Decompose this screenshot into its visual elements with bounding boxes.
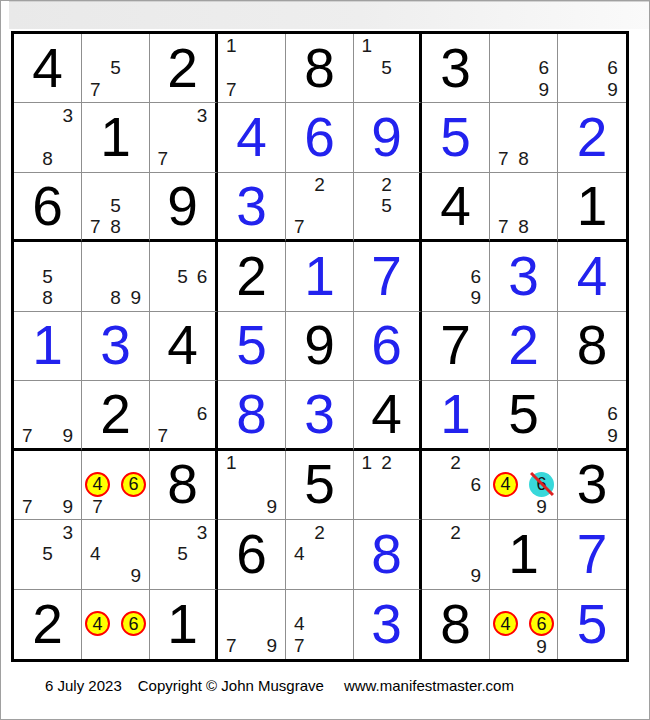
- cell-r7c8[interactable]: 469: [490, 451, 558, 520]
- cell-r2c2[interactable]: 1: [82, 103, 150, 172]
- candidate-grid: 79: [221, 591, 282, 657]
- candidate-9: 9: [602, 79, 623, 101]
- cell-r3c2[interactable]: 578: [82, 173, 150, 242]
- cell-r4c3[interactable]: 56: [150, 242, 218, 311]
- candidate-9: 9: [126, 565, 146, 587]
- candidate-6: 6: [602, 403, 623, 424]
- cell-r3c3[interactable]: 9: [150, 173, 218, 242]
- candidate-3: 3: [58, 104, 78, 126]
- candidate-4: 4: [289, 613, 309, 635]
- cell-r6c8[interactable]: 5: [490, 381, 558, 450]
- cell-r8c1[interactable]: 35: [14, 520, 82, 589]
- highlight-circle: 6: [121, 611, 146, 636]
- candidate-8: 8: [513, 148, 533, 170]
- highlight-circle: 4: [85, 611, 110, 636]
- solved-digit: 6: [286, 103, 353, 171]
- candidate-grid: 79: [17, 382, 78, 445]
- highlighted-candidate-4: 4: [85, 611, 110, 636]
- cell-r9c9[interactable]: 5: [558, 590, 626, 659]
- candidate-grid: 78: [493, 104, 554, 169]
- candidate-3: 3: [192, 521, 212, 543]
- candidate-3: 3: [58, 521, 78, 543]
- candidate-6: 6: [534, 57, 554, 79]
- cell-r9c7[interactable]: 8: [422, 590, 490, 659]
- cell-r6c7[interactable]: 1: [422, 381, 490, 450]
- candidate-8: 8: [105, 216, 125, 237]
- given-digit: 5: [286, 451, 353, 519]
- candidate-8: 8: [37, 148, 57, 170]
- cell-r1c1[interactable]: 4: [14, 34, 82, 103]
- candidate-9: 9: [529, 636, 554, 657]
- given-digit: 7: [422, 312, 489, 380]
- candidate-5: 5: [377, 57, 397, 79]
- cell-r3c8[interactable]: 78: [490, 173, 558, 242]
- candidate-grid: 469: [493, 591, 554, 657]
- cell-r5c5[interactable]: 9: [286, 312, 354, 381]
- candidate-1: 1: [221, 35, 241, 57]
- cell-r7c4[interactable]: 19: [218, 451, 286, 520]
- given-digit: 8: [150, 451, 215, 519]
- candidate-7: 7: [85, 497, 110, 517]
- solved-digit: 1: [14, 312, 81, 380]
- given-digit: 4: [14, 34, 81, 102]
- given-digit: 4: [354, 381, 419, 447]
- cell-r8c3[interactable]: 35: [150, 520, 218, 589]
- cell-r8c7[interactable]: 29: [422, 520, 490, 589]
- candidate-grid: 46: [85, 591, 146, 657]
- solved-digit: 5: [558, 590, 626, 659]
- candidate-5: 5: [37, 543, 57, 565]
- cell-r7c1[interactable]: 79: [14, 451, 82, 520]
- candidate-7: 7: [153, 148, 173, 170]
- given-digit: 8: [286, 34, 353, 102]
- candidate-grid: 58: [17, 243, 78, 308]
- given-digit: 6: [218, 520, 285, 588]
- candidate-grid: 57: [85, 35, 146, 100]
- cell-r5c1[interactable]: 1: [14, 312, 82, 381]
- cell-r1c3[interactable]: 2: [150, 34, 218, 103]
- footer: 6 July 2023Copyright © John Musgravewww.…: [45, 677, 514, 694]
- candidate-7: 7: [85, 216, 105, 237]
- candidate-5: 5: [377, 195, 397, 216]
- cell-r8c4[interactable]: 6: [218, 520, 286, 589]
- cell-r9c4[interactable]: 79: [218, 590, 286, 659]
- solved-digit: 8: [354, 520, 419, 588]
- cell-r2c9[interactable]: 2: [558, 103, 626, 172]
- solved-digit: 7: [354, 242, 419, 310]
- candidate-5: 5: [105, 195, 125, 216]
- candidate-2: 2: [445, 452, 465, 474]
- candidate-7: 7: [221, 635, 241, 657]
- candidate-9: 9: [529, 497, 554, 517]
- candidate-9: 9: [466, 287, 486, 309]
- candidate-4: 4: [289, 543, 309, 565]
- candidate-8: 8: [105, 287, 125, 309]
- candidate-grid: 467: [85, 452, 146, 517]
- highlighted-candidate-4: 4: [493, 472, 518, 497]
- cell-r3c6[interactable]: 25: [354, 173, 422, 242]
- candidate-grid: 69: [493, 35, 554, 100]
- given-digit: 3: [558, 451, 626, 519]
- candidate-grid: 35: [153, 521, 212, 586]
- given-digit: 4: [422, 173, 489, 239]
- candidate-grid: 69: [561, 382, 623, 445]
- cell-r8c8[interactable]: 1: [490, 520, 558, 589]
- given-digit: 1: [558, 173, 626, 239]
- candidate-grid: 35: [17, 521, 78, 586]
- candidate-8: 8: [513, 216, 533, 237]
- given-digit: 5: [490, 381, 557, 447]
- candidate-9: 9: [466, 565, 486, 587]
- cell-r9c5[interactable]: 47: [286, 590, 354, 659]
- cell-r4c2[interactable]: 89: [82, 242, 150, 311]
- highlighted-candidate-6: 6: [121, 472, 146, 497]
- candidate-2: 2: [377, 174, 397, 195]
- candidate-7: 7: [221, 79, 241, 101]
- given-digit: 2: [150, 34, 215, 102]
- candidate-7: 7: [17, 425, 37, 446]
- given-digit: 9: [150, 173, 215, 239]
- cell-r5c6[interactable]: 6: [354, 312, 422, 381]
- cell-r4c7[interactable]: 69: [422, 242, 490, 311]
- cell-r6c9[interactable]: 69: [558, 381, 626, 450]
- cell-r8c9[interactable]: 7: [558, 520, 626, 589]
- candidate-grid: 19: [221, 452, 282, 517]
- candidate-grid: 17: [221, 35, 282, 100]
- cell-r6c4[interactable]: 8: [218, 381, 286, 450]
- cell-r6c3[interactable]: 67: [150, 381, 218, 450]
- solved-digit: 6: [354, 312, 419, 380]
- candidate-9: 9: [262, 495, 282, 517]
- eliminated-candidate-6: 6: [529, 472, 554, 497]
- candidate-grid: 15: [357, 35, 416, 100]
- given-digit: 3: [422, 34, 489, 102]
- candidate-9: 9: [602, 425, 623, 446]
- candidate-grid: 12: [357, 452, 416, 517]
- solved-digit: 4: [558, 242, 626, 310]
- cell-r3c1[interactable]: 6: [14, 173, 82, 242]
- given-digit: 4: [150, 312, 215, 380]
- cell-r7c5[interactable]: 5: [286, 451, 354, 520]
- highlight-circle: 6: [121, 472, 146, 497]
- candidate-grid: 56: [153, 243, 212, 308]
- candidate-1: 1: [357, 452, 377, 474]
- cell-r5c2[interactable]: 3: [82, 312, 150, 381]
- candidate-7: 7: [493, 148, 513, 170]
- candidate-grid: 25: [357, 174, 416, 237]
- candidate-grid: 469: [493, 452, 554, 517]
- candidate-grid: 29: [425, 521, 486, 586]
- cell-r9c6[interactable]: 3: [354, 590, 422, 659]
- given-digit: 2: [218, 242, 285, 310]
- highlight-circle: 4: [493, 472, 518, 497]
- cell-r3c4[interactable]: 3: [218, 173, 286, 242]
- cell-r5c3[interactable]: 4: [150, 312, 218, 381]
- candidate-6: 6: [602, 57, 623, 79]
- cell-r2c7[interactable]: 5: [422, 103, 490, 172]
- highlight-circle: 6: [529, 611, 554, 636]
- candidate-1: 1: [221, 452, 241, 474]
- candidate-2: 2: [445, 521, 465, 543]
- solved-digit: 3: [286, 381, 353, 447]
- solved-digit: 9: [354, 103, 419, 171]
- candidate-2: 2: [309, 521, 329, 543]
- candidate-6: 6: [466, 265, 486, 287]
- candidate-7: 7: [85, 79, 105, 101]
- given-digit: 2: [82, 381, 149, 447]
- candidate-9: 9: [58, 425, 78, 446]
- candidate-5: 5: [105, 57, 125, 79]
- given-digit: 8: [558, 312, 626, 380]
- given-digit: 1: [82, 103, 149, 171]
- footer-date: 6 July 2023: [45, 677, 122, 694]
- solved-digit: 3: [82, 312, 149, 380]
- window-top-bar: [9, 1, 649, 29]
- cell-r3c7[interactable]: 4: [422, 173, 490, 242]
- candidate-grid: 47: [289, 591, 350, 657]
- cell-r2c8[interactable]: 78: [490, 103, 558, 172]
- solved-digit: 1: [422, 381, 489, 447]
- candidate-2: 2: [377, 452, 397, 474]
- candidate-4: 4: [85, 543, 105, 565]
- candidate-grid: 69: [561, 35, 623, 100]
- candidate-6: 6: [192, 403, 212, 424]
- highlight-circle: 4: [85, 472, 110, 497]
- solved-digit: 3: [354, 590, 419, 659]
- cell-r4c4[interactable]: 2: [218, 242, 286, 311]
- cell-r8c6[interactable]: 8: [354, 520, 422, 589]
- cell-r1c6[interactable]: 15: [354, 34, 422, 103]
- candidate-grid: 578: [85, 174, 146, 237]
- given-digit: 1: [150, 590, 215, 659]
- candidate-grid: 78: [493, 174, 554, 237]
- solved-digit: 7: [558, 520, 626, 588]
- solved-digit: 3: [490, 242, 557, 310]
- candidate-grid: 89: [85, 243, 146, 308]
- solved-digit: 2: [490, 312, 557, 380]
- candidate-grid: 79: [17, 452, 78, 517]
- cell-r1c9[interactable]: 69: [558, 34, 626, 103]
- highlighted-candidate-6: 6: [121, 611, 146, 636]
- candidate-1: 1: [357, 35, 377, 57]
- cell-r9c2[interactable]: 46: [82, 590, 150, 659]
- candidate-5: 5: [37, 265, 57, 287]
- cell-r6c2[interactable]: 2: [82, 381, 150, 450]
- cell-r7c7[interactable]: 26: [422, 451, 490, 520]
- cell-r5c7[interactable]: 7: [422, 312, 490, 381]
- cell-r4c9[interactable]: 4: [558, 242, 626, 311]
- cell-r5c9[interactable]: 8: [558, 312, 626, 381]
- candidate-9: 9: [262, 635, 282, 657]
- cell-r5c8[interactable]: 2: [490, 312, 558, 381]
- cell-r6c6[interactable]: 4: [354, 381, 422, 450]
- cell-r1c7[interactable]: 3: [422, 34, 490, 103]
- cell-r8c5[interactable]: 24: [286, 520, 354, 589]
- candidate-2: 2: [309, 174, 329, 195]
- candidate-grid: 38: [17, 104, 78, 169]
- cell-r2c3[interactable]: 37: [150, 103, 218, 172]
- sudoku-board: 4572178153696938137469578265789327254781…: [11, 31, 629, 662]
- cell-r9c3[interactable]: 1: [150, 590, 218, 659]
- candidate-7: 7: [289, 216, 309, 237]
- solved-digit: 5: [218, 312, 285, 380]
- candidate-6: 6: [192, 265, 212, 287]
- candidate-7: 7: [153, 425, 173, 446]
- cell-r8c2[interactable]: 49: [82, 520, 150, 589]
- elimination-circle: 6: [529, 472, 554, 497]
- solved-digit: 4: [218, 103, 285, 171]
- cell-r2c1[interactable]: 38: [14, 103, 82, 172]
- candidate-grid: 24: [289, 521, 350, 586]
- candidate-9: 9: [126, 287, 146, 309]
- candidate-9: 9: [58, 495, 78, 517]
- cell-r1c2[interactable]: 57: [82, 34, 150, 103]
- solved-digit: 3: [218, 173, 285, 239]
- given-digit: 9: [286, 312, 353, 380]
- cell-r1c5[interactable]: 8: [286, 34, 354, 103]
- given-digit: 8: [422, 590, 489, 659]
- given-digit: 2: [14, 590, 81, 659]
- window: 4572178153696938137469578265789327254781…: [0, 0, 650, 720]
- cell-r3c9[interactable]: 1: [558, 173, 626, 242]
- cell-r7c2[interactable]: 467: [82, 451, 150, 520]
- cell-r7c9[interactable]: 3: [558, 451, 626, 520]
- cell-r4c1[interactable]: 58: [14, 242, 82, 311]
- given-digit: 6: [14, 173, 81, 239]
- cell-r6c5[interactable]: 3: [286, 381, 354, 450]
- candidate-6: 6: [466, 473, 486, 495]
- footer-website[interactable]: www.manifestmaster.com: [344, 677, 514, 694]
- cell-r9c1[interactable]: 2: [14, 590, 82, 659]
- cell-r2c5[interactable]: 6: [286, 103, 354, 172]
- candidate-3: 3: [192, 104, 212, 126]
- cell-r3c5[interactable]: 27: [286, 173, 354, 242]
- highlighted-candidate-6: 6: [529, 611, 554, 636]
- cell-r1c4[interactable]: 17: [218, 34, 286, 103]
- highlighted-candidate-4: 4: [85, 472, 110, 497]
- cell-r7c6[interactable]: 12: [354, 451, 422, 520]
- cell-r6c1[interactable]: 79: [14, 381, 82, 450]
- candidate-grid: 27: [289, 174, 350, 237]
- candidate-grid: 26: [425, 452, 486, 517]
- candidate-9: 9: [534, 79, 554, 101]
- solved-digit: 5: [422, 103, 489, 171]
- solved-digit: 1: [286, 242, 353, 310]
- cell-r2c4[interactable]: 4: [218, 103, 286, 172]
- cell-r4c6[interactable]: 7: [354, 242, 422, 311]
- candidate-7: 7: [17, 495, 37, 517]
- cell-r4c5[interactable]: 1: [286, 242, 354, 311]
- candidate-5: 5: [173, 265, 193, 287]
- solved-digit: 2: [558, 103, 626, 171]
- candidate-5: 5: [173, 543, 193, 565]
- candidate-grid: 37: [153, 104, 212, 169]
- cell-r7c3[interactable]: 8: [150, 451, 218, 520]
- highlighted-candidate-4: 4: [493, 611, 518, 636]
- candidate-8: 8: [37, 287, 57, 309]
- footer-copyright: Copyright © John Musgrave: [138, 677, 324, 694]
- solved-digit: 8: [218, 381, 285, 447]
- candidate-7: 7: [493, 216, 513, 237]
- candidate-7: 7: [289, 635, 309, 657]
- cell-r5c4[interactable]: 5: [218, 312, 286, 381]
- cell-r4c8[interactable]: 3: [490, 242, 558, 311]
- cell-r1c8[interactable]: 69: [490, 34, 558, 103]
- candidate-grid: 69: [425, 243, 486, 308]
- cell-r9c8[interactable]: 469: [490, 590, 558, 659]
- candidate-grid: 67: [153, 382, 212, 445]
- highlight-circle: 4: [493, 611, 518, 636]
- given-digit: 1: [490, 520, 557, 588]
- cell-r2c6[interactable]: 9: [354, 103, 422, 172]
- candidate-grid: 49: [85, 521, 146, 586]
